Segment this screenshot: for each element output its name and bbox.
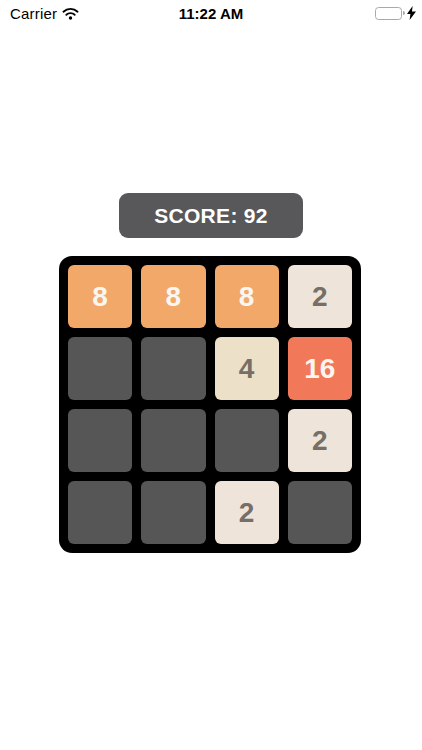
status-bar-right bbox=[296, 6, 416, 20]
empty-cell bbox=[215, 409, 279, 472]
charging-bolt-icon bbox=[407, 6, 416, 20]
tile-8: 8 bbox=[68, 265, 132, 328]
board-grid: 888241622 bbox=[68, 265, 352, 544]
empty-cell bbox=[68, 481, 132, 544]
tile-2: 2 bbox=[215, 481, 279, 544]
battery-icon bbox=[375, 7, 402, 20]
empty-cell bbox=[141, 337, 205, 400]
tile-8: 8 bbox=[141, 265, 205, 328]
app-screen: Carrier 11:22 AM SCORE: 92 bbox=[0, 0, 422, 750]
status-bar: Carrier 11:22 AM bbox=[0, 0, 422, 26]
empty-cell bbox=[68, 409, 132, 472]
status-bar-left: Carrier bbox=[6, 5, 126, 22]
game-board[interactable]: 888241622 bbox=[59, 256, 361, 553]
tile-2: 2 bbox=[288, 409, 352, 472]
tile-8: 8 bbox=[215, 265, 279, 328]
empty-cell bbox=[141, 481, 205, 544]
clock-label: 11:22 AM bbox=[126, 5, 296, 22]
wifi-icon bbox=[62, 7, 79, 20]
empty-cell bbox=[141, 409, 205, 472]
tile-2: 2 bbox=[288, 265, 352, 328]
empty-cell bbox=[288, 481, 352, 544]
score-button[interactable]: SCORE: 92 bbox=[119, 193, 303, 238]
tile-4: 4 bbox=[215, 337, 279, 400]
carrier-label: Carrier bbox=[6, 5, 57, 22]
empty-cell bbox=[68, 337, 132, 400]
tile-16: 16 bbox=[288, 337, 352, 400]
battery-tip bbox=[403, 11, 405, 15]
